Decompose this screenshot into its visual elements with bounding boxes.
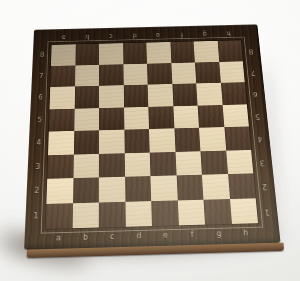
square-g4[interactable] bbox=[199, 127, 226, 151]
rank-label-4: 4 bbox=[249, 126, 271, 150]
square-d2[interactable] bbox=[125, 176, 152, 201]
square-h5[interactable] bbox=[222, 104, 249, 127]
square-g5[interactable] bbox=[198, 105, 224, 128]
square-b5[interactable] bbox=[74, 108, 99, 131]
square-b4[interactable] bbox=[73, 130, 98, 154]
square-e2[interactable] bbox=[150, 175, 177, 200]
file-label-g: g bbox=[193, 25, 218, 41]
square-a4[interactable] bbox=[48, 131, 74, 155]
square-c6[interactable] bbox=[99, 85, 124, 108]
square-d4[interactable] bbox=[124, 129, 150, 153]
board-squares bbox=[46, 40, 258, 229]
square-a6[interactable] bbox=[50, 86, 75, 109]
square-d5[interactable] bbox=[124, 106, 149, 129]
chess-board: abcdefgh abcdefgh 87654321 87654321 bbox=[24, 24, 280, 249]
rank-label-8: 8 bbox=[241, 40, 261, 61]
square-g6[interactable] bbox=[196, 83, 222, 105]
square-g3[interactable] bbox=[200, 150, 227, 174]
square-c1[interactable] bbox=[99, 201, 126, 227]
square-b3[interactable] bbox=[73, 154, 99, 179]
square-f8[interactable] bbox=[170, 41, 195, 62]
square-a7[interactable] bbox=[50, 65, 75, 87]
square-g1[interactable] bbox=[203, 199, 231, 225]
square-h2[interactable] bbox=[228, 173, 256, 198]
square-b6[interactable] bbox=[74, 86, 99, 109]
rank-label-5: 5 bbox=[247, 104, 268, 127]
rank-label-6: 6 bbox=[245, 82, 266, 104]
file-label-b: b bbox=[75, 28, 99, 44]
square-f3[interactable] bbox=[175, 151, 202, 176]
square-a8[interactable] bbox=[51, 44, 75, 65]
square-g8[interactable] bbox=[194, 41, 219, 62]
square-f5[interactable] bbox=[173, 105, 199, 128]
square-d7[interactable] bbox=[123, 63, 148, 85]
file-label-a: a bbox=[45, 228, 72, 249]
square-a2[interactable] bbox=[46, 178, 73, 203]
square-e7[interactable] bbox=[147, 63, 172, 85]
file-label-d: d bbox=[122, 27, 146, 43]
square-h7[interactable] bbox=[219, 61, 245, 83]
square-e1[interactable] bbox=[151, 200, 178, 226]
square-f6[interactable] bbox=[172, 83, 198, 105]
board-frame: abcdefgh abcdefgh 87654321 87654321 bbox=[24, 24, 280, 249]
square-g7[interactable] bbox=[195, 62, 221, 84]
file-label-h: h bbox=[216, 25, 241, 41]
rank-label-2: 2 bbox=[253, 173, 275, 198]
square-h4[interactable] bbox=[224, 126, 251, 150]
file-label-g: g bbox=[205, 224, 233, 245]
square-f2[interactable] bbox=[176, 175, 203, 200]
rank-label-1: 1 bbox=[25, 203, 46, 229]
rank-label-3: 3 bbox=[27, 155, 48, 179]
file-label-e: e bbox=[152, 225, 179, 246]
file-label-a: a bbox=[52, 29, 76, 45]
square-c4[interactable] bbox=[99, 130, 124, 154]
rank-label-7: 7 bbox=[243, 61, 264, 83]
file-label-c: c bbox=[99, 28, 123, 44]
square-b7[interactable] bbox=[75, 64, 99, 86]
rank-label-4: 4 bbox=[28, 132, 48, 156]
square-c3[interactable] bbox=[99, 153, 125, 178]
square-h3[interactable] bbox=[226, 150, 254, 174]
square-b8[interactable] bbox=[75, 44, 99, 65]
square-c2[interactable] bbox=[99, 177, 125, 202]
square-g2[interactable] bbox=[202, 174, 230, 199]
square-d1[interactable] bbox=[125, 201, 152, 227]
square-e4[interactable] bbox=[149, 128, 175, 152]
rank-label-7: 7 bbox=[31, 66, 51, 88]
square-c7[interactable] bbox=[99, 64, 123, 86]
square-b2[interactable] bbox=[73, 177, 99, 202]
square-c5[interactable] bbox=[99, 107, 124, 130]
square-e6[interactable] bbox=[148, 84, 173, 106]
square-h8[interactable] bbox=[217, 40, 243, 61]
square-f7[interactable] bbox=[171, 62, 196, 84]
photo-scene: abcdefgh abcdefgh 87654321 87654321 bbox=[0, 0, 300, 281]
rank-label-2: 2 bbox=[26, 179, 47, 204]
square-e5[interactable] bbox=[148, 106, 174, 129]
rank-label-6: 6 bbox=[30, 87, 50, 109]
square-f1[interactable] bbox=[177, 199, 205, 225]
file-label-f: f bbox=[169, 26, 193, 42]
square-e3[interactable] bbox=[150, 152, 176, 177]
rank-label-8: 8 bbox=[32, 45, 51, 66]
file-label-f: f bbox=[179, 225, 207, 246]
square-a5[interactable] bbox=[49, 108, 74, 131]
square-d6[interactable] bbox=[123, 85, 148, 108]
square-b1[interactable] bbox=[72, 202, 99, 228]
file-label-d: d bbox=[125, 226, 152, 247]
file-label-e: e bbox=[146, 26, 170, 42]
square-a1[interactable] bbox=[46, 203, 73, 229]
rank-label-1: 1 bbox=[256, 197, 279, 223]
square-e8[interactable] bbox=[146, 42, 171, 63]
square-d3[interactable] bbox=[124, 152, 150, 177]
square-c8[interactable] bbox=[99, 43, 123, 64]
file-label-c: c bbox=[99, 227, 126, 248]
file-label-h: h bbox=[232, 223, 260, 244]
square-f4[interactable] bbox=[174, 128, 200, 152]
file-label-b: b bbox=[72, 227, 99, 248]
square-h1[interactable] bbox=[230, 198, 258, 224]
square-a3[interactable] bbox=[47, 154, 73, 179]
rank-label-5: 5 bbox=[29, 109, 49, 132]
square-d8[interactable] bbox=[123, 43, 147, 64]
rank-label-3: 3 bbox=[251, 149, 273, 173]
square-h6[interactable] bbox=[220, 82, 246, 104]
